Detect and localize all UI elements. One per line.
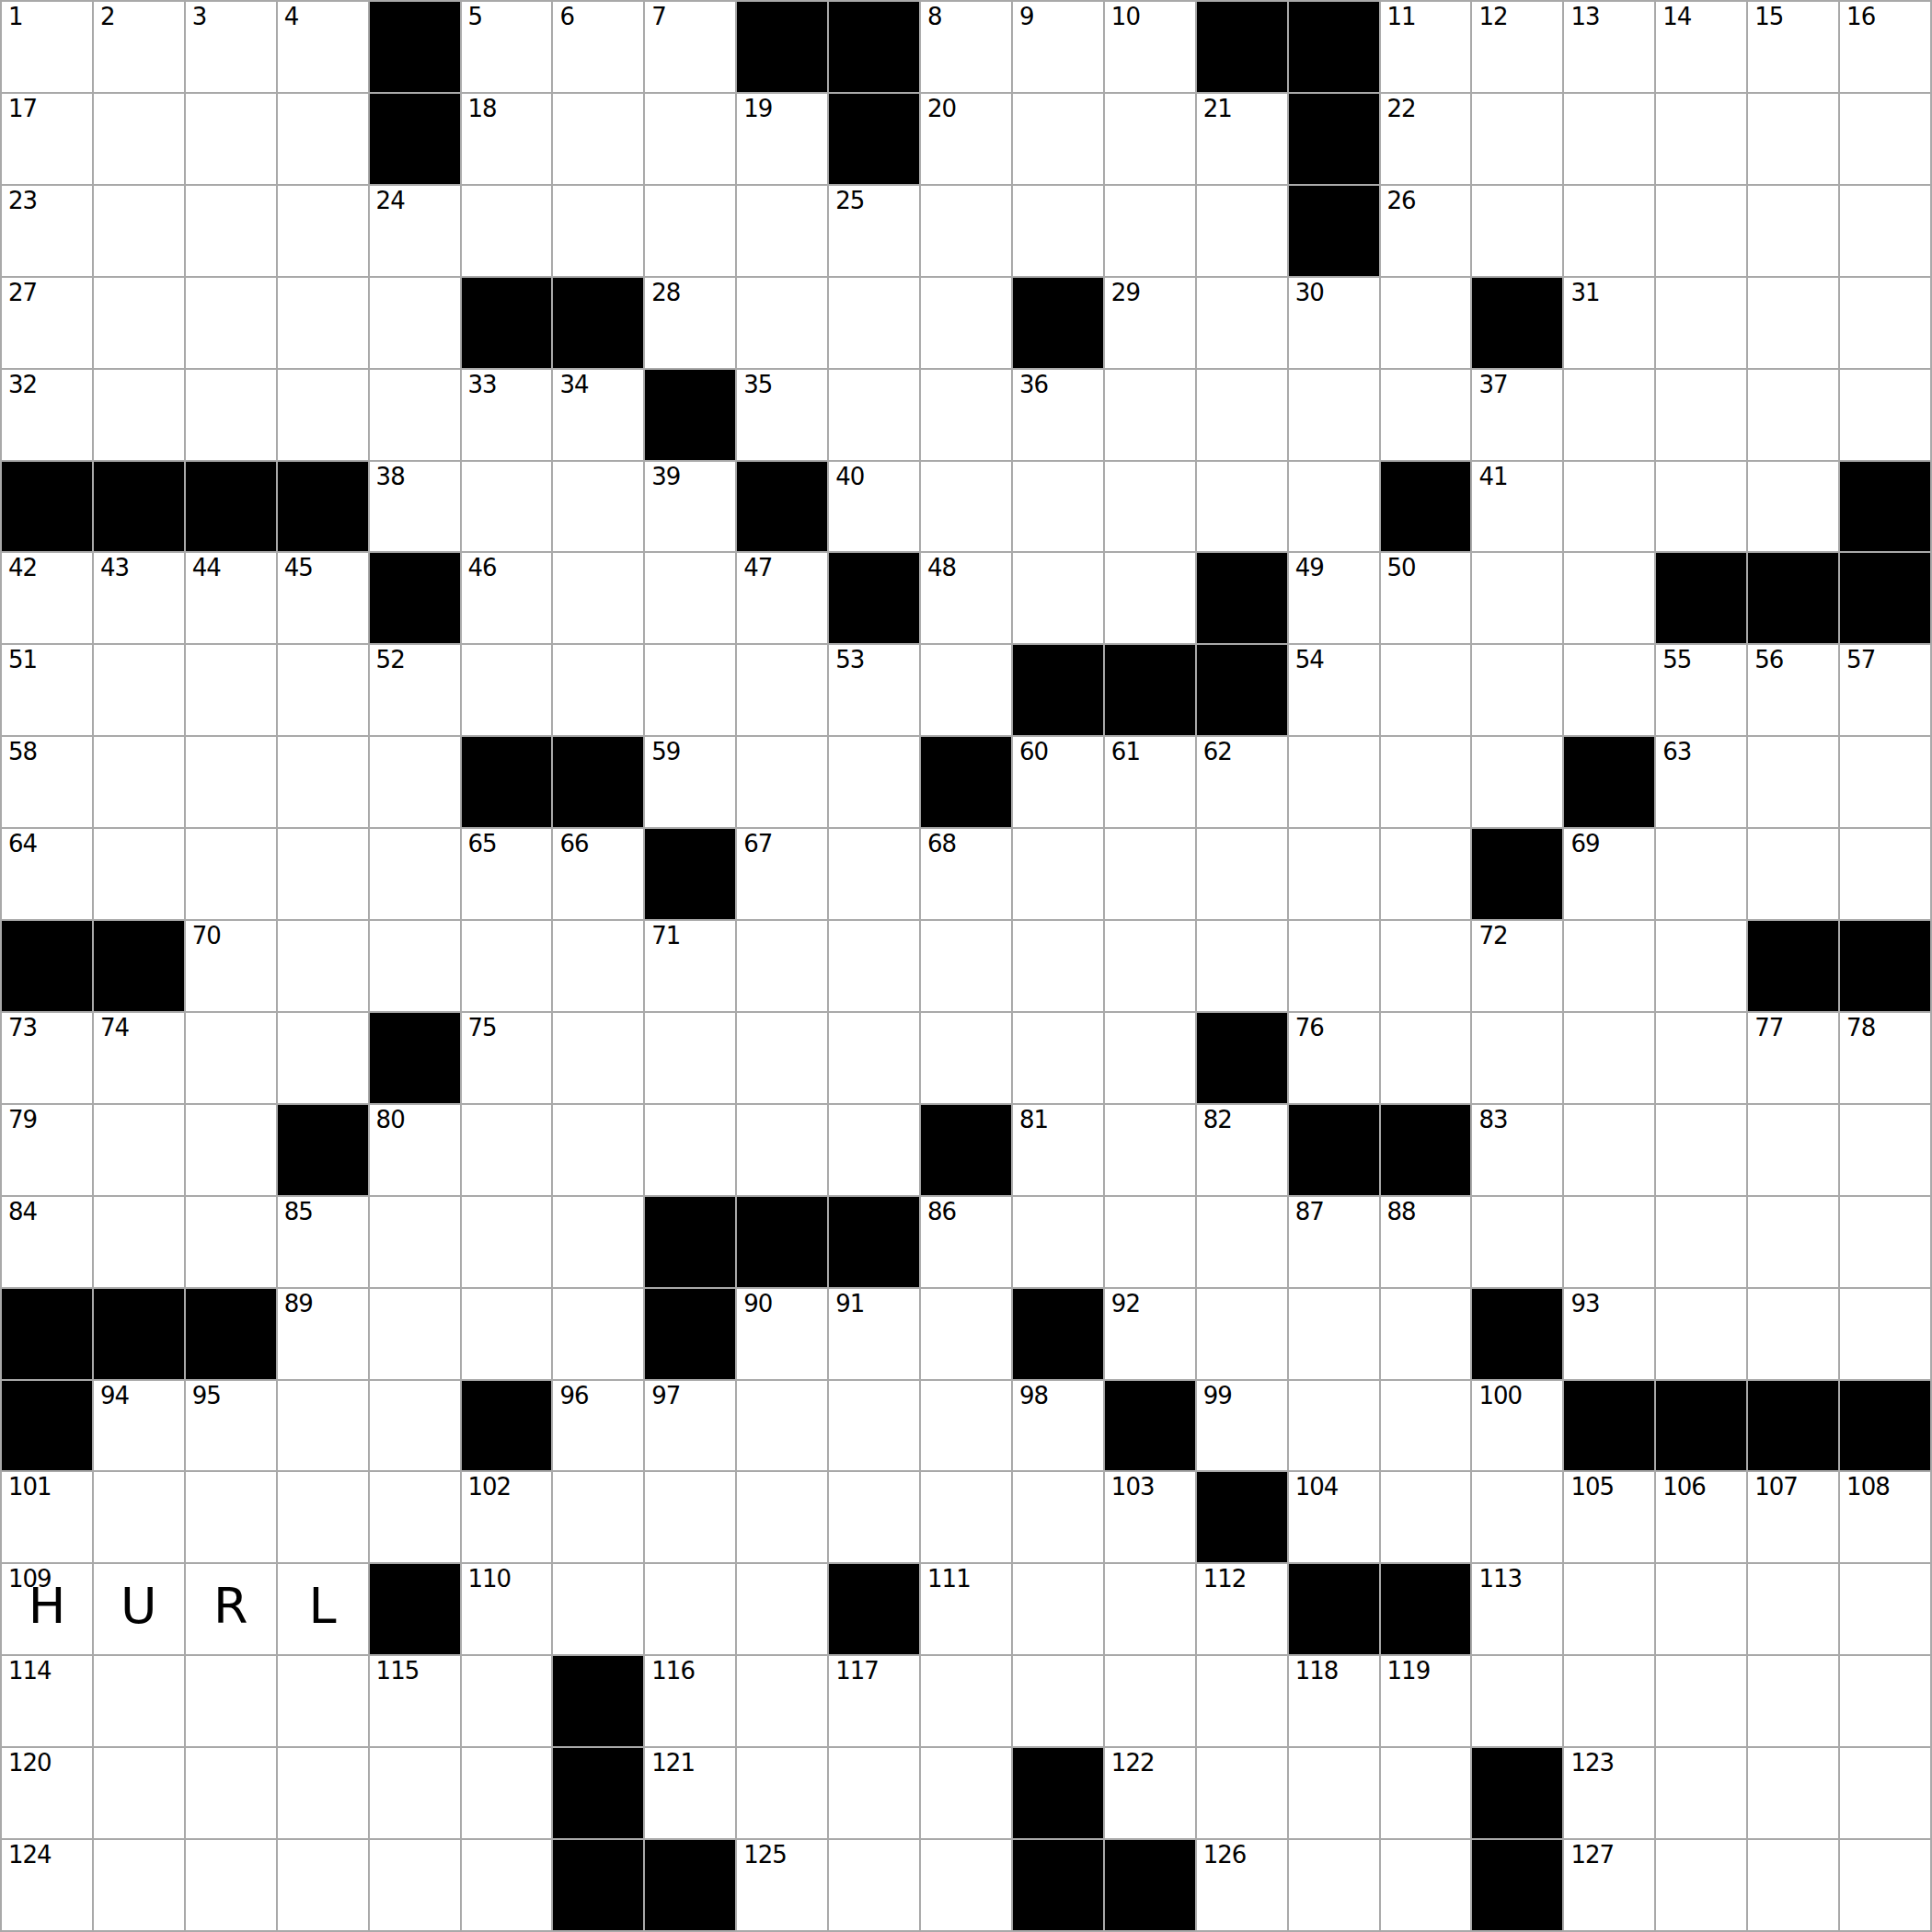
grid-cell-r4c3[interactable] [186, 278, 276, 368]
grid-cell-r18c2[interactable]: U [94, 1564, 184, 1654]
grid-cell-r7c18[interactable] [1564, 553, 1654, 643]
grid-cell-r1c12[interactable]: 9 [1013, 2, 1103, 92]
grid-cell-r14c1[interactable]: 84 [2, 1197, 92, 1287]
grid-cell-r20c3[interactable] [186, 1748, 276, 1838]
grid-cell-r3c8[interactable] [645, 186, 735, 276]
grid-cell-r13c21[interactable] [1840, 1105, 1930, 1195]
grid-cell-r15c15[interactable] [1289, 1289, 1379, 1379]
grid-cell-r2c12[interactable] [1013, 94, 1103, 184]
grid-cell-r19c11[interactable] [921, 1656, 1011, 1746]
grid-cell-r19c19[interactable] [1656, 1656, 1746, 1746]
grid-cell-r8c19[interactable]: 55 [1656, 645, 1746, 735]
grid-cell-r4c10[interactable] [829, 278, 919, 368]
grid-cell-r20c20[interactable] [1748, 1748, 1838, 1838]
grid-cell-r11c10[interactable] [829, 921, 919, 1011]
grid-cell-r2c4[interactable] [278, 94, 368, 184]
grid-cell-r12c4[interactable] [278, 1013, 368, 1103]
grid-cell-r7c6[interactable]: 46 [462, 553, 552, 643]
grid-cell-r21c10[interactable] [829, 1840, 919, 1930]
grid-cell-r15c16[interactable] [1381, 1289, 1471, 1379]
grid-cell-r17c10[interactable] [829, 1472, 919, 1562]
grid-cell-r17c12[interactable] [1013, 1472, 1103, 1562]
grid-cell-r2c11[interactable]: 20 [921, 94, 1011, 184]
grid-cell-r13c18[interactable] [1564, 1105, 1654, 1195]
grid-cell-r4c9[interactable] [737, 278, 827, 368]
grid-cell-r11c19[interactable] [1656, 921, 1746, 1011]
grid-cell-r9c16[interactable] [1381, 737, 1471, 827]
grid-cell-r6c5[interactable]: 38 [370, 462, 460, 552]
grid-cell-r4c16[interactable] [1381, 278, 1471, 368]
grid-cell-r3c5[interactable]: 24 [370, 186, 460, 276]
grid-cell-r14c5[interactable] [370, 1197, 460, 1287]
grid-cell-r6c6[interactable] [462, 462, 552, 552]
grid-cell-r17c8[interactable] [645, 1472, 735, 1562]
grid-cell-r2c19[interactable] [1656, 94, 1746, 184]
grid-cell-r11c6[interactable] [462, 921, 552, 1011]
grid-cell-r18c13[interactable] [1105, 1564, 1195, 1654]
grid-cell-r3c9[interactable] [737, 186, 827, 276]
grid-cell-r11c3[interactable]: 70 [186, 921, 276, 1011]
grid-cell-r9c21[interactable] [1840, 737, 1930, 827]
grid-cell-r18c20[interactable] [1748, 1564, 1838, 1654]
grid-cell-r7c16[interactable]: 50 [1381, 553, 1471, 643]
grid-cell-r1c20[interactable]: 15 [1748, 2, 1838, 92]
grid-cell-r4c2[interactable] [94, 278, 184, 368]
grid-cell-r2c16[interactable]: 22 [1381, 94, 1471, 184]
grid-cell-r16c8[interactable]: 97 [645, 1381, 735, 1471]
grid-cell-r10c12[interactable] [1013, 829, 1103, 919]
grid-cell-r9c3[interactable] [186, 737, 276, 827]
grid-cell-r12c21[interactable]: 78 [1840, 1013, 1930, 1103]
grid-cell-r10c2[interactable] [94, 829, 184, 919]
grid-cell-r12c15[interactable]: 76 [1289, 1013, 1379, 1103]
grid-cell-r16c2[interactable]: 94 [94, 1381, 184, 1471]
grid-cell-r17c7[interactable] [553, 1472, 643, 1562]
grid-cell-r18c17[interactable]: 113 [1472, 1564, 1562, 1654]
grid-cell-r16c14[interactable]: 99 [1197, 1381, 1287, 1471]
grid-cell-r10c3[interactable] [186, 829, 276, 919]
grid-cell-r8c4[interactable] [278, 645, 368, 735]
grid-cell-r1c8[interactable]: 7 [645, 2, 735, 92]
grid-cell-r4c1[interactable]: 27 [2, 278, 92, 368]
grid-cell-r19c16[interactable]: 119 [1381, 1656, 1471, 1746]
grid-cell-r3c13[interactable] [1105, 186, 1195, 276]
grid-cell-r14c7[interactable] [553, 1197, 643, 1287]
grid-cell-r4c18[interactable]: 31 [1564, 278, 1654, 368]
grid-cell-r12c12[interactable] [1013, 1013, 1103, 1103]
grid-cell-r12c17[interactable] [1472, 1013, 1562, 1103]
grid-cell-r13c8[interactable] [645, 1105, 735, 1195]
grid-cell-r1c4[interactable]: 4 [278, 2, 368, 92]
grid-cell-r21c18[interactable]: 127 [1564, 1840, 1654, 1930]
grid-cell-r7c9[interactable]: 47 [737, 553, 827, 643]
grid-cell-r4c15[interactable]: 30 [1289, 278, 1379, 368]
grid-cell-r15c7[interactable] [553, 1289, 643, 1379]
grid-cell-r11c17[interactable]: 72 [1472, 921, 1562, 1011]
grid-cell-r19c8[interactable]: 116 [645, 1656, 735, 1746]
grid-cell-r9c17[interactable] [1472, 737, 1562, 827]
grid-cell-r17c17[interactable] [1472, 1472, 1562, 1562]
grid-cell-r21c19[interactable] [1656, 1840, 1746, 1930]
grid-cell-r20c15[interactable] [1289, 1748, 1379, 1838]
grid-cell-r13c6[interactable] [462, 1105, 552, 1195]
grid-cell-r20c8[interactable]: 121 [645, 1748, 735, 1838]
grid-cell-r9c15[interactable] [1289, 737, 1379, 827]
grid-cell-r5c13[interactable] [1105, 370, 1195, 460]
grid-cell-r8c18[interactable] [1564, 645, 1654, 735]
grid-cell-r15c4[interactable]: 89 [278, 1289, 368, 1379]
grid-cell-r11c13[interactable] [1105, 921, 1195, 1011]
grid-cell-r5c5[interactable] [370, 370, 460, 460]
grid-cell-r18c7[interactable] [553, 1564, 643, 1654]
grid-cell-r3c7[interactable] [553, 186, 643, 276]
grid-cell-r3c12[interactable] [1013, 186, 1103, 276]
grid-cell-r16c15[interactable] [1289, 1381, 1379, 1471]
grid-cell-r18c8[interactable] [645, 1564, 735, 1654]
grid-cell-r18c3[interactable]: R [186, 1564, 276, 1654]
grid-cell-r19c6[interactable] [462, 1656, 552, 1746]
grid-cell-r5c20[interactable] [1748, 370, 1838, 460]
grid-cell-r5c11[interactable] [921, 370, 1011, 460]
grid-cell-r14c20[interactable] [1748, 1197, 1838, 1287]
grid-cell-r20c16[interactable] [1381, 1748, 1471, 1838]
grid-cell-r2c3[interactable] [186, 94, 276, 184]
grid-cell-r10c4[interactable] [278, 829, 368, 919]
grid-cell-r16c17[interactable]: 100 [1472, 1381, 1562, 1471]
grid-cell-r19c3[interactable] [186, 1656, 276, 1746]
grid-cell-r9c9[interactable] [737, 737, 827, 827]
grid-cell-r17c20[interactable]: 107 [1748, 1472, 1838, 1562]
grid-cell-r19c18[interactable] [1564, 1656, 1654, 1746]
grid-cell-r8c2[interactable] [94, 645, 184, 735]
grid-cell-r14c21[interactable] [1840, 1197, 1930, 1287]
grid-cell-r9c12[interactable]: 60 [1013, 737, 1103, 827]
grid-cell-r21c20[interactable] [1748, 1840, 1838, 1930]
grid-cell-r7c4[interactable]: 45 [278, 553, 368, 643]
grid-cell-r18c21[interactable] [1840, 1564, 1930, 1654]
grid-cell-r10c1[interactable]: 64 [2, 829, 92, 919]
grid-cell-r3c6[interactable] [462, 186, 552, 276]
grid-cell-r21c5[interactable] [370, 1840, 460, 1930]
grid-cell-r1c11[interactable]: 8 [921, 2, 1011, 92]
grid-cell-r5c10[interactable] [829, 370, 919, 460]
grid-cell-r20c1[interactable]: 120 [2, 1748, 92, 1838]
grid-cell-r20c4[interactable] [278, 1748, 368, 1838]
grid-cell-r17c16[interactable] [1381, 1472, 1471, 1562]
grid-cell-r15c20[interactable] [1748, 1289, 1838, 1379]
grid-cell-r8c17[interactable] [1472, 645, 1562, 735]
grid-cell-r18c11[interactable]: 111 [921, 1564, 1011, 1654]
grid-cell-r13c5[interactable]: 80 [370, 1105, 460, 1195]
grid-cell-r17c1[interactable]: 101 [2, 1472, 92, 1562]
grid-cell-r4c13[interactable]: 29 [1105, 278, 1195, 368]
grid-cell-r3c3[interactable] [186, 186, 276, 276]
grid-cell-r11c11[interactable] [921, 921, 1011, 1011]
grid-cell-r16c16[interactable] [1381, 1381, 1471, 1471]
grid-cell-r16c10[interactable] [829, 1381, 919, 1471]
grid-cell-r17c21[interactable]: 108 [1840, 1472, 1930, 1562]
grid-cell-r8c6[interactable] [462, 645, 552, 735]
grid-cell-r17c3[interactable] [186, 1472, 276, 1562]
grid-cell-r3c10[interactable]: 25 [829, 186, 919, 276]
grid-cell-r20c9[interactable] [737, 1748, 827, 1838]
grid-cell-r5c21[interactable] [1840, 370, 1930, 460]
grid-cell-r12c10[interactable] [829, 1013, 919, 1103]
grid-cell-r13c2[interactable] [94, 1105, 184, 1195]
grid-cell-r8c1[interactable]: 51 [2, 645, 92, 735]
grid-cell-r19c2[interactable] [94, 1656, 184, 1746]
grid-cell-r14c17[interactable] [1472, 1197, 1562, 1287]
grid-cell-r6c15[interactable] [1289, 462, 1379, 552]
grid-cell-r5c16[interactable] [1381, 370, 1471, 460]
grid-cell-r12c2[interactable]: 74 [94, 1013, 184, 1103]
grid-cell-r10c16[interactable] [1381, 829, 1471, 919]
grid-cell-r2c14[interactable]: 21 [1197, 94, 1287, 184]
grid-cell-r19c12[interactable] [1013, 1656, 1103, 1746]
grid-cell-r16c5[interactable] [370, 1381, 460, 1471]
grid-cell-r8c11[interactable] [921, 645, 1011, 735]
grid-cell-r19c13[interactable] [1105, 1656, 1195, 1746]
grid-cell-r10c6[interactable]: 65 [462, 829, 552, 919]
grid-cell-r12c18[interactable] [1564, 1013, 1654, 1103]
grid-cell-r10c10[interactable] [829, 829, 919, 919]
grid-cell-r10c5[interactable] [370, 829, 460, 919]
grid-cell-r9c14[interactable]: 62 [1197, 737, 1287, 827]
grid-cell-r20c11[interactable] [921, 1748, 1011, 1838]
grid-cell-r14c19[interactable] [1656, 1197, 1746, 1287]
grid-cell-r20c2[interactable] [94, 1748, 184, 1838]
grid-cell-r1c21[interactable]: 16 [1840, 2, 1930, 92]
grid-cell-r14c11[interactable]: 86 [921, 1197, 1011, 1287]
grid-cell-r19c20[interactable] [1748, 1656, 1838, 1746]
grid-cell-r2c8[interactable] [645, 94, 735, 184]
grid-cell-r14c18[interactable] [1564, 1197, 1654, 1287]
grid-cell-r21c6[interactable] [462, 1840, 552, 1930]
grid-cell-r17c19[interactable]: 106 [1656, 1472, 1746, 1562]
grid-cell-r18c6[interactable]: 110 [462, 1564, 552, 1654]
grid-cell-r2c7[interactable] [553, 94, 643, 184]
grid-cell-r1c13[interactable]: 10 [1105, 2, 1195, 92]
grid-cell-r15c5[interactable] [370, 1289, 460, 1379]
grid-cell-r4c19[interactable] [1656, 278, 1746, 368]
grid-cell-r13c9[interactable] [737, 1105, 827, 1195]
grid-cell-r7c2[interactable]: 43 [94, 553, 184, 643]
grid-cell-r10c20[interactable] [1748, 829, 1838, 919]
grid-cell-r6c10[interactable]: 40 [829, 462, 919, 552]
grid-cell-r16c9[interactable] [737, 1381, 827, 1471]
grid-cell-r9c1[interactable]: 58 [2, 737, 92, 827]
grid-cell-r20c21[interactable] [1840, 1748, 1930, 1838]
grid-cell-r19c1[interactable]: 114 [2, 1656, 92, 1746]
grid-cell-r11c18[interactable] [1564, 921, 1654, 1011]
grid-cell-r7c11[interactable]: 48 [921, 553, 1011, 643]
grid-cell-r14c15[interactable]: 87 [1289, 1197, 1379, 1287]
grid-cell-r15c9[interactable]: 90 [737, 1289, 827, 1379]
grid-cell-r2c2[interactable] [94, 94, 184, 184]
grid-cell-r12c20[interactable]: 77 [1748, 1013, 1838, 1103]
grid-cell-r5c14[interactable] [1197, 370, 1287, 460]
grid-cell-r20c10[interactable] [829, 1748, 919, 1838]
grid-cell-r17c2[interactable] [94, 1472, 184, 1562]
grid-cell-r6c18[interactable] [1564, 462, 1654, 552]
grid-cell-r8c7[interactable] [553, 645, 643, 735]
grid-cell-r18c14[interactable]: 112 [1197, 1564, 1287, 1654]
grid-cell-r18c4[interactable]: L [278, 1564, 368, 1654]
grid-cell-r11c4[interactable] [278, 921, 368, 1011]
grid-cell-r10c11[interactable]: 68 [921, 829, 1011, 919]
grid-cell-r10c18[interactable]: 69 [1564, 829, 1654, 919]
grid-cell-r2c18[interactable] [1564, 94, 1654, 184]
grid-cell-r12c11[interactable] [921, 1013, 1011, 1103]
grid-cell-r11c5[interactable] [370, 921, 460, 1011]
grid-cell-r9c10[interactable] [829, 737, 919, 827]
grid-cell-r14c2[interactable] [94, 1197, 184, 1287]
grid-cell-r12c19[interactable] [1656, 1013, 1746, 1103]
grid-cell-r7c7[interactable] [553, 553, 643, 643]
grid-cell-r2c1[interactable]: 17 [2, 94, 92, 184]
grid-cell-r14c3[interactable] [186, 1197, 276, 1287]
grid-cell-r6c17[interactable]: 41 [1472, 462, 1562, 552]
grid-cell-r14c4[interactable]: 85 [278, 1197, 368, 1287]
grid-cell-r17c11[interactable] [921, 1472, 1011, 1562]
grid-cell-r18c1[interactable]: 109H [2, 1564, 92, 1654]
grid-cell-r18c18[interactable] [1564, 1564, 1654, 1654]
grid-cell-r19c9[interactable] [737, 1656, 827, 1746]
grid-cell-r9c5[interactable] [370, 737, 460, 827]
grid-cell-r13c10[interactable] [829, 1105, 919, 1195]
grid-cell-r16c11[interactable] [921, 1381, 1011, 1471]
grid-cell-r21c1[interactable]: 124 [2, 1840, 92, 1930]
grid-cell-r14c14[interactable] [1197, 1197, 1287, 1287]
grid-cell-r11c7[interactable] [553, 921, 643, 1011]
grid-cell-r21c2[interactable] [94, 1840, 184, 1930]
grid-cell-r3c16[interactable]: 26 [1381, 186, 1471, 276]
grid-cell-r10c7[interactable]: 66 [553, 829, 643, 919]
grid-cell-r20c5[interactable] [370, 1748, 460, 1838]
grid-cell-r10c9[interactable]: 67 [737, 829, 827, 919]
grid-cell-r21c16[interactable] [1381, 1840, 1471, 1930]
grid-cell-r1c6[interactable]: 5 [462, 2, 552, 92]
grid-cell-r21c3[interactable] [186, 1840, 276, 1930]
grid-cell-r4c20[interactable] [1748, 278, 1838, 368]
grid-cell-r17c18[interactable]: 105 [1564, 1472, 1654, 1562]
grid-cell-r21c11[interactable] [921, 1840, 1011, 1930]
grid-cell-r2c13[interactable] [1105, 94, 1195, 184]
grid-cell-r1c2[interactable]: 2 [94, 2, 184, 92]
grid-cell-r8c5[interactable]: 52 [370, 645, 460, 735]
grid-cell-r5c1[interactable]: 32 [2, 370, 92, 460]
grid-cell-r5c3[interactable] [186, 370, 276, 460]
grid-cell-r16c4[interactable] [278, 1381, 368, 1471]
grid-cell-r3c19[interactable] [1656, 186, 1746, 276]
grid-cell-r13c20[interactable] [1748, 1105, 1838, 1195]
grid-cell-r17c6[interactable]: 102 [462, 1472, 552, 1562]
grid-cell-r4c5[interactable] [370, 278, 460, 368]
grid-cell-r13c7[interactable] [553, 1105, 643, 1195]
grid-cell-r5c6[interactable]: 33 [462, 370, 552, 460]
grid-cell-r1c16[interactable]: 11 [1381, 2, 1471, 92]
grid-cell-r11c12[interactable] [1013, 921, 1103, 1011]
grid-cell-r6c14[interactable] [1197, 462, 1287, 552]
grid-cell-r7c13[interactable] [1105, 553, 1195, 643]
grid-cell-r10c13[interactable] [1105, 829, 1195, 919]
grid-cell-r13c1[interactable]: 79 [2, 1105, 92, 1195]
grid-cell-r16c7[interactable]: 96 [553, 1381, 643, 1471]
grid-cell-r21c21[interactable] [1840, 1840, 1930, 1930]
grid-cell-r20c18[interactable]: 123 [1564, 1748, 1654, 1838]
grid-cell-r5c9[interactable]: 35 [737, 370, 827, 460]
grid-cell-r6c8[interactable]: 39 [645, 462, 735, 552]
grid-cell-r2c21[interactable] [1840, 94, 1930, 184]
grid-cell-r17c13[interactable]: 103 [1105, 1472, 1195, 1562]
grid-cell-r14c6[interactable] [462, 1197, 552, 1287]
grid-cell-r2c6[interactable]: 18 [462, 94, 552, 184]
grid-cell-r15c21[interactable] [1840, 1289, 1930, 1379]
grid-cell-r6c13[interactable] [1105, 462, 1195, 552]
grid-cell-r20c14[interactable] [1197, 1748, 1287, 1838]
grid-cell-r9c8[interactable]: 59 [645, 737, 735, 827]
grid-cell-r7c8[interactable] [645, 553, 735, 643]
grid-cell-r8c8[interactable] [645, 645, 735, 735]
grid-cell-r14c13[interactable] [1105, 1197, 1195, 1287]
grid-cell-r13c14[interactable]: 82 [1197, 1105, 1287, 1195]
grid-cell-r10c19[interactable] [1656, 829, 1746, 919]
grid-cell-r21c9[interactable]: 125 [737, 1840, 827, 1930]
grid-cell-r3c14[interactable] [1197, 186, 1287, 276]
grid-cell-r6c19[interactable] [1656, 462, 1746, 552]
grid-cell-r1c1[interactable]: 1 [2, 2, 92, 92]
grid-cell-r8c21[interactable]: 57 [1840, 645, 1930, 735]
grid-cell-r6c20[interactable] [1748, 462, 1838, 552]
grid-cell-r1c17[interactable]: 12 [1472, 2, 1562, 92]
grid-cell-r5c18[interactable] [1564, 370, 1654, 460]
grid-cell-r21c15[interactable] [1289, 1840, 1379, 1930]
grid-cell-r1c7[interactable]: 6 [553, 2, 643, 92]
grid-cell-r19c4[interactable] [278, 1656, 368, 1746]
grid-cell-r6c11[interactable] [921, 462, 1011, 552]
grid-cell-r5c19[interactable] [1656, 370, 1746, 460]
grid-cell-r13c19[interactable] [1656, 1105, 1746, 1195]
grid-cell-r5c17[interactable]: 37 [1472, 370, 1562, 460]
grid-cell-r12c8[interactable] [645, 1013, 735, 1103]
grid-cell-r6c12[interactable] [1013, 462, 1103, 552]
grid-cell-r8c10[interactable]: 53 [829, 645, 919, 735]
grid-cell-r19c5[interactable]: 115 [370, 1656, 460, 1746]
grid-cell-r17c5[interactable] [370, 1472, 460, 1562]
grid-cell-r4c14[interactable] [1197, 278, 1287, 368]
grid-cell-r9c13[interactable]: 61 [1105, 737, 1195, 827]
grid-cell-r5c12[interactable]: 36 [1013, 370, 1103, 460]
grid-cell-r13c17[interactable]: 83 [1472, 1105, 1562, 1195]
grid-cell-r7c17[interactable] [1472, 553, 1562, 643]
grid-cell-r13c13[interactable] [1105, 1105, 1195, 1195]
grid-cell-r6c7[interactable] [553, 462, 643, 552]
grid-cell-r11c15[interactable] [1289, 921, 1379, 1011]
grid-cell-r20c13[interactable]: 122 [1105, 1748, 1195, 1838]
grid-cell-r15c19[interactable] [1656, 1289, 1746, 1379]
grid-cell-r12c13[interactable] [1105, 1013, 1195, 1103]
grid-cell-r3c4[interactable] [278, 186, 368, 276]
grid-cell-r14c12[interactable] [1013, 1197, 1103, 1287]
grid-cell-r8c15[interactable]: 54 [1289, 645, 1379, 735]
grid-cell-r19c15[interactable]: 118 [1289, 1656, 1379, 1746]
grid-cell-r5c4[interactable] [278, 370, 368, 460]
grid-cell-r3c20[interactable] [1748, 186, 1838, 276]
grid-cell-r5c15[interactable] [1289, 370, 1379, 460]
grid-cell-r12c1[interactable]: 73 [2, 1013, 92, 1103]
grid-cell-r15c6[interactable] [462, 1289, 552, 1379]
grid-cell-r16c12[interactable]: 98 [1013, 1381, 1103, 1471]
